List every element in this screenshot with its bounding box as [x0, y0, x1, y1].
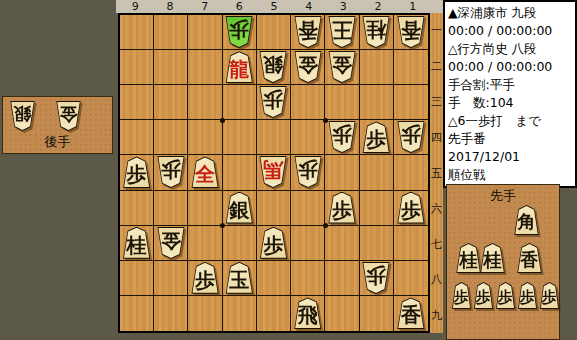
board-cell[interactable]: [291, 85, 325, 120]
piece-face: 歩: [191, 263, 219, 293]
piece-face: 歩: [259, 87, 287, 117]
board-cell[interactable]: [257, 261, 291, 296]
board-cell[interactable]: [257, 120, 291, 155]
info-line: 手合割:平手: [448, 76, 572, 94]
piece-face: 歩: [328, 193, 356, 223]
board-piece[interactable]: 歩: [361, 262, 391, 294]
board-cell[interactable]: [291, 226, 325, 261]
board-cell[interactable]: 香: [291, 15, 325, 50]
board-cell[interactable]: 王: [325, 15, 359, 50]
gote-captured-tray: 銀金 後手: [2, 96, 113, 154]
piece-kanji: 歩: [161, 160, 181, 180]
board-cell[interactable]: [223, 120, 257, 155]
piece-kanji: 玉: [229, 270, 249, 290]
piece-kanji: 歩: [195, 270, 215, 290]
piece-kanji: 歩: [401, 125, 421, 145]
board-cell[interactable]: [154, 15, 188, 50]
piece-kanji: 歩: [454, 290, 469, 305]
board-cell[interactable]: [223, 85, 257, 120]
piece-kanji: 銀: [229, 200, 249, 220]
hand-piece[interactable]: 銀: [9, 101, 36, 131]
board-cell[interactable]: 歩: [120, 155, 154, 190]
board-cell[interactable]: [188, 50, 222, 85]
board-cell[interactable]: [120, 261, 154, 296]
rank-label: 一: [430, 13, 443, 49]
piece-kanji: 歩: [298, 160, 318, 180]
piece-kanji: 歩: [127, 164, 147, 184]
info-line: 00:00 / 00:00:00: [448, 58, 572, 76]
piece-kanji: 金: [60, 105, 78, 123]
board-piece[interactable]: 龍: [224, 51, 254, 83]
board-cell[interactable]: 桂: [120, 226, 154, 261]
board-cell[interactable]: 玉: [223, 261, 257, 296]
piece-kanji: 金: [161, 231, 181, 251]
piece-kanji: 歩: [229, 20, 249, 40]
board-piece[interactable]: 金: [327, 51, 357, 83]
board-cell[interactable]: [188, 85, 222, 120]
piece-face: 香: [397, 17, 425, 47]
piece-kanji: 金: [332, 55, 352, 75]
piece-kanji: 歩: [263, 90, 283, 110]
board-piece[interactable]: 香: [396, 297, 426, 329]
board-cell[interactable]: 歩: [291, 155, 325, 190]
board-cell[interactable]: 歩: [360, 120, 394, 155]
board-cell[interactable]: 全: [188, 155, 222, 190]
hand-piece[interactable]: 歩: [473, 282, 494, 309]
piece-face: 歩: [225, 17, 253, 47]
board-cell[interactable]: 飛: [291, 296, 325, 331]
piece-kanji: 銀: [263, 55, 283, 75]
board-cell[interactable]: 歩: [257, 85, 291, 120]
piece-kanji: 飛: [298, 305, 318, 325]
piece-face: 角: [514, 206, 539, 234]
board-cell[interactable]: [188, 296, 222, 331]
board-cell[interactable]: 金: [325, 50, 359, 85]
board-cell[interactable]: [257, 296, 291, 331]
board-cell[interactable]: [223, 155, 257, 190]
piece-kanji: 香: [298, 20, 318, 40]
board-piece[interactable]: 歩: [327, 121, 357, 153]
board-cell[interactable]: [394, 261, 428, 296]
piece-face: 歩: [397, 193, 425, 223]
piece-face: 歩: [259, 228, 287, 258]
board-piece[interactable]: 歩: [122, 156, 152, 188]
board-cell[interactable]: [325, 226, 359, 261]
piece-kanji: 桂: [127, 235, 147, 255]
gote-hand-pieces: 銀金: [9, 101, 82, 131]
piece-face: 歩: [157, 157, 185, 187]
board-cell[interactable]: 龍: [223, 50, 257, 85]
board-cell[interactable]: [120, 85, 154, 120]
board-piece[interactable]: 銀: [258, 51, 288, 83]
hoshi-dot: [323, 223, 328, 228]
board-piece[interactable]: 歩: [156, 156, 186, 188]
piece-kanji: 香: [401, 20, 421, 40]
piece-face: 歩: [397, 122, 425, 152]
hand-piece[interactable]: 金: [55, 101, 82, 131]
piece-face: 歩: [362, 263, 390, 293]
hand-piece[interactable]: 歩: [517, 282, 538, 309]
piece-kanji: 歩: [476, 290, 491, 305]
file-labels: 987654321: [118, 0, 430, 13]
board-cell[interactable]: 歩: [325, 191, 359, 226]
board-cell[interactable]: 歩: [223, 15, 257, 50]
piece-kanji: 王: [332, 20, 352, 40]
piece-kanji: 歩: [520, 290, 535, 305]
piece-kanji: 桂: [484, 251, 502, 269]
board-cell[interactable]: [325, 155, 359, 190]
file-label: 4: [291, 0, 326, 13]
piece-kanji: 龍: [229, 59, 249, 79]
piece-face: 歩: [123, 157, 151, 187]
board-cell[interactable]: [154, 191, 188, 226]
piece-face: 歩: [362, 122, 390, 152]
board-cell[interactable]: [394, 226, 428, 261]
hoshi-dot: [220, 118, 225, 123]
hand-piece[interactable]: 角: [513, 205, 540, 235]
board-piece[interactable]: 桂: [361, 16, 391, 48]
piece-face: 金: [56, 102, 81, 130]
file-label: 3: [326, 0, 361, 13]
board-cell[interactable]: [154, 120, 188, 155]
shogi-app-window: 987654321 歩香王桂香龍銀金金歩歩歩歩歩歩全馬歩銀歩歩桂金歩歩玉歩飛香 …: [0, 0, 577, 340]
board-cell[interactable]: [325, 261, 359, 296]
board-cell[interactable]: [257, 191, 291, 226]
piece-kanji: 香: [401, 305, 421, 325]
piece-kanji: 香: [521, 251, 539, 269]
board-piece[interactable]: 王: [327, 16, 357, 48]
piece-face: 飛: [294, 298, 322, 328]
board-cell[interactable]: [154, 85, 188, 120]
piece-face: 玉: [225, 263, 253, 293]
sente-hand-row: 歩歩歩歩歩: [451, 282, 561, 309]
hand-piece[interactable]: 桂: [455, 243, 482, 273]
rank-label: 二: [430, 49, 443, 85]
board-cell[interactable]: [394, 50, 428, 85]
hand-piece[interactable]: 歩: [495, 282, 516, 309]
board-cell[interactable]: [188, 15, 222, 50]
rank-label: 六: [430, 191, 443, 227]
piece-kanji: 歩: [263, 235, 283, 255]
board-cell[interactable]: [120, 296, 154, 331]
board-cell[interactable]: [360, 155, 394, 190]
board-cell[interactable]: [154, 296, 188, 331]
hoshi-dot: [323, 118, 328, 123]
piece-kanji: 歩: [332, 200, 352, 220]
piece-face: 銀: [10, 102, 35, 130]
piece-face: 銀: [225, 193, 253, 223]
piece-kanji: 馬: [263, 160, 283, 180]
piece-kanji: 金: [298, 55, 318, 75]
board-cell[interactable]: [394, 85, 428, 120]
piece-face: 馬: [259, 157, 287, 187]
file-label: 6: [222, 0, 257, 13]
board-cell[interactable]: [360, 296, 394, 331]
board-cell[interactable]: [291, 191, 325, 226]
board-cell[interactable]: 金: [154, 226, 188, 261]
board-cell[interactable]: [223, 226, 257, 261]
game-info-panel: ▲深浦康市 九段00:00 / 00:00:00△行方尚史 八段00:00 / …: [443, 0, 577, 188]
piece-face: 桂: [123, 228, 151, 258]
piece-face: 歩: [294, 157, 322, 187]
board-cell[interactable]: 歩: [394, 120, 428, 155]
board-piece[interactable]: 香: [293, 16, 323, 48]
board-piece[interactable]: 金: [156, 227, 186, 259]
board-piece[interactable]: 香: [396, 16, 426, 48]
piece-face: 桂: [480, 244, 505, 272]
rank-label: 三: [430, 84, 443, 120]
rank-label: 四: [430, 120, 443, 156]
board-cell[interactable]: [120, 191, 154, 226]
file-label: 5: [257, 0, 292, 13]
piece-kanji: 歩: [366, 266, 386, 286]
piece-kanji: 歩: [498, 290, 513, 305]
board-cell[interactable]: 歩: [325, 120, 359, 155]
piece-face: 香: [517, 244, 542, 272]
file-label: 8: [153, 0, 188, 13]
rank-label: 八: [430, 262, 443, 298]
rank-label: 九: [430, 298, 443, 334]
piece-kanji: 歩: [332, 125, 352, 145]
board-cell[interactable]: 銀: [223, 191, 257, 226]
board-cell[interactable]: 銀: [257, 50, 291, 85]
sente-hand-row: 角: [513, 205, 540, 235]
board-cell[interactable]: [325, 296, 359, 331]
board-cell[interactable]: [291, 120, 325, 155]
hand-piece[interactable]: 桂: [479, 243, 506, 273]
board-cell[interactable]: [360, 85, 394, 120]
board-piece[interactable]: 全: [190, 156, 220, 188]
board-piece[interactable]: 玉: [224, 262, 254, 294]
board-piece[interactable]: 歩: [224, 16, 254, 48]
board-piece[interactable]: 歩: [293, 156, 323, 188]
piece-face: 歩: [496, 283, 515, 308]
board-cell[interactable]: [188, 226, 222, 261]
piece-face: 龍: [225, 52, 253, 82]
board-piece[interactable]: 歩: [190, 262, 220, 294]
piece-kanji: 桂: [366, 20, 386, 40]
piece-face: 歩: [540, 283, 559, 308]
info-line: 先手番: [448, 130, 572, 148]
piece-kanji: 銀: [14, 105, 32, 123]
board-cell[interactable]: 歩: [394, 191, 428, 226]
file-label: 2: [361, 0, 396, 13]
board-cell[interactable]: [223, 296, 257, 331]
info-line: 2017/12/01: [448, 148, 572, 166]
piece-kanji: 全: [195, 164, 215, 184]
board-cell[interactable]: 香: [394, 296, 428, 331]
info-line: 手 数:104: [448, 94, 572, 112]
board-piece[interactable]: 歩: [396, 121, 426, 153]
shogi-board: 歩香王桂香龍銀金金歩歩歩歩歩歩全馬歩銀歩歩桂金歩歩玉歩飛香: [118, 13, 430, 333]
board-cell[interactable]: [154, 50, 188, 85]
board-piece[interactable]: 歩: [258, 227, 288, 259]
piece-face: 歩: [452, 283, 471, 308]
file-label: 9: [118, 0, 153, 13]
board-cell[interactable]: [120, 50, 154, 85]
piece-kanji: 歩: [542, 290, 557, 305]
board-cell[interactable]: 金: [291, 50, 325, 85]
piece-kanji: 角: [518, 213, 536, 231]
piece-face: 歩: [328, 122, 356, 152]
info-line: ▲深浦康市 九段: [448, 4, 572, 22]
board-cell[interactable]: 馬: [257, 155, 291, 190]
hand-piece[interactable]: 歩: [539, 282, 560, 309]
piece-face: 王: [328, 17, 356, 47]
rank-labels: 一二三四五六七八九: [430, 13, 443, 333]
board-cell[interactable]: [325, 85, 359, 120]
sente-captured-tray: 先手 角 桂桂香 歩歩歩歩歩: [446, 184, 560, 340]
piece-face: 全: [191, 157, 219, 187]
piece-face: 金: [328, 52, 356, 82]
board-piece[interactable]: 金: [293, 51, 323, 83]
board-piece[interactable]: 飛: [293, 297, 323, 329]
board-cell[interactable]: [394, 155, 428, 190]
board-cell[interactable]: 歩: [360, 261, 394, 296]
board-cell[interactable]: [360, 191, 394, 226]
info-line: △6一歩打 まで: [448, 112, 572, 130]
board-grid: 歩香王桂香龍銀金金歩歩歩歩歩歩全馬歩銀歩歩桂金歩歩玉歩飛香: [120, 15, 428, 331]
piece-face: 桂: [456, 244, 481, 272]
gote-tray-label: 後手: [3, 133, 112, 151]
board-piece[interactable]: 馬: [258, 156, 288, 188]
board-piece[interactable]: 桂: [122, 227, 152, 259]
board-cell[interactable]: [291, 261, 325, 296]
file-label-strip: 987654321: [116, 0, 443, 13]
board-cell[interactable]: [188, 120, 222, 155]
file-label: 7: [187, 0, 222, 13]
piece-face: 金: [294, 52, 322, 82]
sente-hand-row: 桂桂香: [455, 243, 543, 273]
file-label: 1: [395, 0, 430, 13]
piece-kanji: 歩: [366, 129, 386, 149]
board-cell[interactable]: [360, 50, 394, 85]
board-cell[interactable]: 歩: [154, 155, 188, 190]
piece-face: 香: [294, 17, 322, 47]
board-cell[interactable]: 桂: [360, 15, 394, 50]
board-cell[interactable]: [257, 15, 291, 50]
board-cell[interactable]: [120, 120, 154, 155]
board-cell[interactable]: [120, 15, 154, 50]
board-cell[interactable]: 香: [394, 15, 428, 50]
piece-face: 歩: [474, 283, 493, 308]
board-cell[interactable]: 歩: [188, 261, 222, 296]
info-line: 00:00 / 00:00:00: [448, 22, 572, 40]
board-piece[interactable]: 銀: [224, 192, 254, 224]
piece-face: 桂: [362, 17, 390, 47]
board-cell[interactable]: [154, 261, 188, 296]
board-piece[interactable]: 歩: [327, 192, 357, 224]
piece-kanji: 歩: [401, 200, 421, 220]
board-piece[interactable]: 歩: [361, 121, 391, 153]
piece-face: 銀: [259, 52, 287, 82]
board-piece[interactable]: 歩: [258, 86, 288, 118]
hand-piece[interactable]: 香: [516, 243, 543, 273]
piece-face: 歩: [518, 283, 537, 308]
rank-label: 五: [430, 155, 443, 191]
piece-kanji: 桂: [460, 251, 478, 269]
info-line: △行方尚史 八段: [448, 40, 572, 58]
piece-face: 金: [157, 228, 185, 258]
sente-tray-label: 先手: [447, 187, 559, 205]
board-piece[interactable]: 歩: [396, 192, 426, 224]
board-cell[interactable]: [188, 191, 222, 226]
board-cell[interactable]: [360, 226, 394, 261]
board-cell[interactable]: 歩: [257, 226, 291, 261]
piece-face: 香: [397, 298, 425, 328]
info-line: 順位戦: [448, 166, 572, 184]
hand-piece[interactable]: 歩: [451, 282, 472, 309]
rank-label: 七: [430, 226, 443, 262]
